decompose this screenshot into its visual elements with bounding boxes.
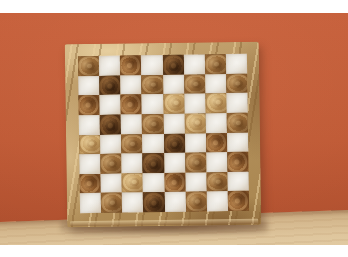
square-b2: [101, 173, 122, 193]
square-c2: [122, 173, 143, 193]
square-b8: [99, 56, 120, 76]
photograph: [0, 13, 348, 245]
square-f4: [185, 133, 206, 153]
square-f8: [184, 54, 205, 74]
square-a1: [80, 193, 101, 213]
square-h1: [228, 191, 249, 211]
square-b5: [100, 114, 121, 134]
square-e4: [163, 133, 184, 153]
square-f6: [184, 94, 205, 114]
square-b3: [100, 154, 121, 174]
square-f5: [184, 113, 205, 133]
square-g8: [205, 54, 226, 74]
square-a5: [79, 115, 100, 135]
square-a3: [79, 154, 100, 174]
square-d3: [143, 153, 164, 173]
square-e1: [164, 192, 185, 212]
square-f2: [185, 172, 206, 192]
square-a4: [79, 134, 100, 154]
square-d7: [142, 75, 163, 95]
square-h7: [226, 73, 247, 93]
square-g5: [205, 113, 226, 133]
square-e2: [164, 172, 185, 192]
square-g6: [205, 93, 226, 113]
square-h3: [227, 152, 248, 172]
square-h4: [227, 132, 248, 152]
square-h6: [226, 93, 247, 113]
square-a6: [78, 95, 99, 115]
square-b4: [100, 134, 121, 154]
square-g2: [206, 172, 227, 192]
square-g3: [206, 152, 227, 172]
square-c7: [120, 75, 141, 95]
square-f1: [185, 192, 206, 212]
square-c3: [122, 153, 143, 173]
square-d6: [142, 94, 163, 114]
square-d2: [143, 173, 164, 193]
square-b1: [101, 193, 122, 213]
photo-of-chessboard: [0, 0, 348, 257]
square-e6: [163, 94, 184, 114]
square-d5: [142, 114, 163, 134]
square-c8: [120, 55, 141, 75]
square-g1: [207, 191, 228, 211]
square-c1: [122, 193, 143, 213]
square-a8: [78, 56, 99, 76]
square-c5: [121, 114, 142, 134]
square-h5: [227, 113, 248, 133]
square-h2: [227, 172, 248, 192]
square-h8: [226, 54, 247, 74]
square-e7: [163, 74, 184, 94]
square-f7: [184, 74, 205, 94]
square-b6: [100, 95, 121, 115]
square-e5: [163, 114, 184, 134]
square-d8: [141, 55, 162, 75]
square-c4: [121, 134, 142, 154]
chess-board: [65, 42, 262, 228]
square-e3: [164, 153, 185, 173]
square-a2: [80, 174, 101, 194]
square-c6: [121, 95, 142, 115]
square-b7: [99, 75, 120, 95]
square-d1: [143, 192, 164, 212]
square-a7: [78, 76, 99, 96]
square-e8: [162, 55, 183, 75]
board-grid: [78, 54, 249, 213]
square-f3: [185, 153, 206, 173]
square-g7: [205, 74, 226, 94]
square-g4: [206, 133, 227, 153]
square-d4: [142, 133, 163, 153]
